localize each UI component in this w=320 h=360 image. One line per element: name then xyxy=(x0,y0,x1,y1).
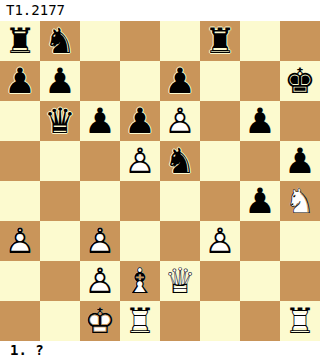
square-g3[interactable] xyxy=(240,221,280,261)
chess-puzzle-app: T1.2177 ♜♞♜♟♟♟♚♛♟♟♟♙♟♟♙♞♟♟♞♘♟♙♟♙♟♙♟♙♝♗♛♕… xyxy=(0,0,320,360)
square-e5[interactable]: ♞ xyxy=(160,141,200,181)
black-pawn-piece: ♟ xyxy=(160,61,200,101)
square-c2[interactable]: ♟♙ xyxy=(80,261,120,301)
white-pawn-piece-outline: ♙ xyxy=(0,221,40,261)
white-knight-piece-outline: ♘ xyxy=(280,181,320,221)
square-c1[interactable]: ♚♔ xyxy=(80,301,120,341)
black-knight-piece: ♞ xyxy=(40,21,80,61)
square-f3[interactable]: ♟♙ xyxy=(200,221,240,261)
square-h4[interactable]: ♞♘ xyxy=(280,181,320,221)
square-g4[interactable]: ♟ xyxy=(240,181,280,221)
square-e3[interactable] xyxy=(160,221,200,261)
square-b2[interactable] xyxy=(40,261,80,301)
white-queen-piece-outline: ♕ xyxy=(160,261,200,301)
square-f1[interactable] xyxy=(200,301,240,341)
square-e6[interactable]: ♟♙ xyxy=(160,101,200,141)
black-pawn-piece: ♟ xyxy=(0,61,40,101)
square-c5[interactable] xyxy=(80,141,120,181)
square-d2[interactable]: ♝♗ xyxy=(120,261,160,301)
white-king-piece-outline: ♔ xyxy=(80,301,120,341)
square-c3[interactable]: ♟♙ xyxy=(80,221,120,261)
square-h6[interactable] xyxy=(280,101,320,141)
square-d6[interactable]: ♟ xyxy=(120,101,160,141)
square-h8[interactable] xyxy=(280,21,320,61)
white-rook-piece-outline: ♖ xyxy=(280,301,320,341)
square-e1[interactable] xyxy=(160,301,200,341)
white-pawn-piece: ♟ xyxy=(160,101,200,141)
square-b6[interactable]: ♛ xyxy=(40,101,80,141)
white-rook-piece: ♜ xyxy=(280,301,320,341)
square-h3[interactable] xyxy=(280,221,320,261)
white-king-piece: ♚ xyxy=(80,301,120,341)
square-g8[interactable] xyxy=(240,21,280,61)
square-e7[interactable]: ♟ xyxy=(160,61,200,101)
white-rook-piece-outline: ♖ xyxy=(120,301,160,341)
white-bishop-piece-outline: ♗ xyxy=(120,261,160,301)
white-pawn-piece-outline: ♙ xyxy=(80,261,120,301)
white-pawn-piece-outline: ♙ xyxy=(120,141,160,181)
black-pawn-piece: ♟ xyxy=(120,101,160,141)
square-d7[interactable] xyxy=(120,61,160,101)
square-d8[interactable] xyxy=(120,21,160,61)
square-c7[interactable] xyxy=(80,61,120,101)
square-g2[interactable] xyxy=(240,261,280,301)
square-f5[interactable] xyxy=(200,141,240,181)
black-pawn-piece: ♟ xyxy=(80,101,120,141)
black-rook-piece: ♜ xyxy=(200,21,240,61)
square-g6[interactable]: ♟ xyxy=(240,101,280,141)
square-e2[interactable]: ♛♕ xyxy=(160,261,200,301)
square-c6[interactable]: ♟ xyxy=(80,101,120,141)
square-d4[interactable] xyxy=(120,181,160,221)
square-d1[interactable]: ♜♖ xyxy=(120,301,160,341)
black-king-piece: ♚ xyxy=(280,61,320,101)
white-pawn-piece: ♟ xyxy=(0,221,40,261)
square-b8[interactable]: ♞ xyxy=(40,21,80,61)
square-c4[interactable] xyxy=(80,181,120,221)
square-e8[interactable] xyxy=(160,21,200,61)
square-c8[interactable] xyxy=(80,21,120,61)
square-g5[interactable] xyxy=(240,141,280,181)
square-d5[interactable]: ♟♙ xyxy=(120,141,160,181)
square-h2[interactable] xyxy=(280,261,320,301)
black-pawn-piece: ♟ xyxy=(240,101,280,141)
square-g7[interactable] xyxy=(240,61,280,101)
square-f4[interactable] xyxy=(200,181,240,221)
square-b1[interactable] xyxy=(40,301,80,341)
white-knight-piece: ♞ xyxy=(280,181,320,221)
square-b7[interactable]: ♟ xyxy=(40,61,80,101)
black-pawn-piece: ♟ xyxy=(280,141,320,181)
square-h5[interactable]: ♟ xyxy=(280,141,320,181)
square-a5[interactable] xyxy=(0,141,40,181)
square-d3[interactable] xyxy=(120,221,160,261)
black-knight-piece: ♞ xyxy=(160,141,200,181)
square-a2[interactable] xyxy=(0,261,40,301)
square-f2[interactable] xyxy=(200,261,240,301)
square-a8[interactable]: ♜ xyxy=(0,21,40,61)
square-b5[interactable] xyxy=(40,141,80,181)
white-pawn-piece: ♟ xyxy=(120,141,160,181)
square-a1[interactable] xyxy=(0,301,40,341)
square-e4[interactable] xyxy=(160,181,200,221)
square-h1[interactable]: ♜♖ xyxy=(280,301,320,341)
black-queen-piece: ♛ xyxy=(40,101,80,141)
white-pawn-piece: ♟ xyxy=(80,261,120,301)
move-prompt: 1. ? xyxy=(0,341,320,360)
square-a4[interactable] xyxy=(0,181,40,221)
white-rook-piece: ♜ xyxy=(120,301,160,341)
white-pawn-piece: ♟ xyxy=(200,221,240,261)
square-g1[interactable] xyxy=(240,301,280,341)
white-queen-piece: ♛ xyxy=(160,261,200,301)
square-b3[interactable] xyxy=(40,221,80,261)
square-f6[interactable] xyxy=(200,101,240,141)
white-pawn-piece-outline: ♙ xyxy=(160,101,200,141)
black-pawn-piece: ♟ xyxy=(240,181,280,221)
square-a3[interactable]: ♟♙ xyxy=(0,221,40,261)
square-b4[interactable] xyxy=(40,181,80,221)
square-a6[interactable] xyxy=(0,101,40,141)
square-f8[interactable]: ♜ xyxy=(200,21,240,61)
white-pawn-piece-outline: ♙ xyxy=(80,221,120,261)
puzzle-title: T1.2177 xyxy=(0,0,320,21)
square-h7[interactable]: ♚ xyxy=(280,61,320,101)
black-pawn-piece: ♟ xyxy=(40,61,80,101)
white-pawn-piece-outline: ♙ xyxy=(200,221,240,261)
square-f7[interactable] xyxy=(200,61,240,101)
white-pawn-piece: ♟ xyxy=(80,221,120,261)
white-bishop-piece: ♝ xyxy=(120,261,160,301)
black-rook-piece: ♜ xyxy=(0,21,40,61)
chess-board: ♜♞♜♟♟♟♚♛♟♟♟♙♟♟♙♞♟♟♞♘♟♙♟♙♟♙♟♙♝♗♛♕♚♔♜♖♜♖ xyxy=(0,21,320,341)
square-a7[interactable]: ♟ xyxy=(0,61,40,101)
